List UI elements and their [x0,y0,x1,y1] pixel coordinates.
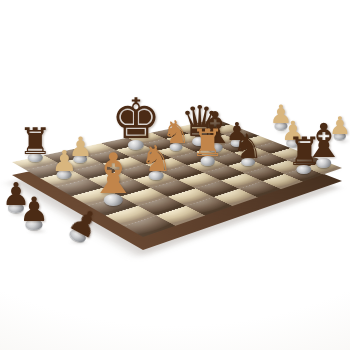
chess-set-photo: ♜♟♚♟♞♛♝♟♞♜♝♞♜♝♟♟♟♟♟♟ [0,0,350,350]
piece-shadow [69,240,89,245]
chess-board [12,119,342,237]
pawn-glyph: ♟ [281,118,305,143]
pawn-glyph: ♟ [329,114,350,137]
piece-light-pawn: ♟ [327,116,350,140]
piece-light-pawn: ♟ [267,105,295,130]
metal-ball-base [334,132,346,140]
pawn-glyph: ♟ [270,102,293,126]
metal-ball-base [8,203,24,213]
piece-shadow [27,229,47,234]
rook-glyph: ♜ [19,124,52,159]
metal-ball-base [275,122,288,130]
piece-light-pawn: ♟ [279,121,308,147]
metal-ball-base [68,227,88,244]
piece-shadow [336,139,350,143]
piece-shadow [276,129,292,133]
metal-ball-base [286,139,300,147]
metal-ball-base [25,219,42,230]
piece-shadow [9,212,28,217]
